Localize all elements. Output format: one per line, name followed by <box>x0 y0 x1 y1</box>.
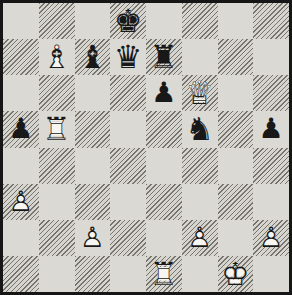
square-h2[interactable]: ♟♙ <box>253 220 289 256</box>
white-bishop-outline: ♗ <box>39 39 75 75</box>
square-d4[interactable] <box>110 148 146 184</box>
square-e2[interactable] <box>146 220 182 256</box>
white-pawn-outline: ♙ <box>75 220 111 256</box>
square-c5[interactable] <box>75 111 111 147</box>
square-h6[interactable] <box>253 75 289 111</box>
square-f7[interactable] <box>182 39 218 75</box>
white-pawn[interactable]: ♟♙ <box>75 220 111 256</box>
square-f1[interactable] <box>182 256 218 292</box>
square-b8[interactable] <box>39 3 75 39</box>
square-g7[interactable] <box>218 39 254 75</box>
black-rook[interactable]: ♜ <box>146 39 182 75</box>
black-pawn-glyph: ♟ <box>3 111 39 147</box>
square-d2[interactable] <box>110 220 146 256</box>
square-a5[interactable]: ♟ <box>3 111 39 147</box>
square-e7[interactable]: ♜ <box>146 39 182 75</box>
black-knight[interactable]: ♞ <box>182 111 218 147</box>
square-f4[interactable] <box>182 148 218 184</box>
square-f3[interactable] <box>182 184 218 220</box>
square-e4[interactable] <box>146 148 182 184</box>
square-g2[interactable] <box>218 220 254 256</box>
square-d3[interactable] <box>110 184 146 220</box>
square-f6[interactable]: ♛♕ <box>182 75 218 111</box>
square-c6[interactable] <box>75 75 111 111</box>
black-pawn[interactable]: ♟ <box>3 111 39 147</box>
square-d1[interactable] <box>110 256 146 292</box>
square-g8[interactable] <box>218 3 254 39</box>
square-f2[interactable]: ♟♙ <box>182 220 218 256</box>
square-b6[interactable] <box>39 75 75 111</box>
square-e1[interactable]: ♜♖ <box>146 256 182 292</box>
square-a7[interactable] <box>3 39 39 75</box>
square-h7[interactable] <box>253 39 289 75</box>
square-c7[interactable]: ♝ <box>75 39 111 75</box>
white-rook-outline: ♖ <box>146 256 182 292</box>
white-queen[interactable]: ♛♕ <box>182 75 218 111</box>
square-b5[interactable]: ♜♖ <box>39 111 75 147</box>
square-h8[interactable] <box>253 3 289 39</box>
white-king-outline: ♔ <box>218 256 254 292</box>
square-a6[interactable] <box>3 75 39 111</box>
square-d6[interactable] <box>110 75 146 111</box>
square-a2[interactable] <box>3 220 39 256</box>
square-a4[interactable] <box>3 148 39 184</box>
black-pawn[interactable]: ♟ <box>146 75 182 111</box>
black-pawn-glyph: ♟ <box>253 111 289 147</box>
square-a3[interactable]: ♟♙ <box>3 184 39 220</box>
square-c3[interactable] <box>75 184 111 220</box>
square-d8[interactable]: ♚ <box>110 3 146 39</box>
square-h5[interactable]: ♟ <box>253 111 289 147</box>
black-rook-glyph: ♜ <box>146 39 182 75</box>
black-pawn-glyph: ♟ <box>146 75 182 111</box>
black-queen-glyph: ♛ <box>110 39 146 75</box>
square-h1[interactable] <box>253 256 289 292</box>
square-b4[interactable] <box>39 148 75 184</box>
square-h3[interactable] <box>253 184 289 220</box>
black-bishop-glyph: ♝ <box>75 39 111 75</box>
white-pawn-outline: ♙ <box>182 220 218 256</box>
square-a1[interactable] <box>3 256 39 292</box>
white-pawn[interactable]: ♟♙ <box>253 220 289 256</box>
square-b2[interactable] <box>39 220 75 256</box>
square-e3[interactable] <box>146 184 182 220</box>
square-c8[interactable] <box>75 3 111 39</box>
square-g1[interactable]: ♚♔ <box>218 256 254 292</box>
square-g6[interactable] <box>218 75 254 111</box>
chess-board: ♚♝♗♝♛♜♟♛♕♟♜♖♞♟♟♙♟♙♟♙♟♙♜♖♚♔ <box>3 3 289 292</box>
square-a8[interactable] <box>3 3 39 39</box>
white-rook[interactable]: ♜♖ <box>39 111 75 147</box>
white-queen-outline: ♕ <box>182 75 218 111</box>
black-knight-glyph: ♞ <box>182 111 218 147</box>
white-pawn-outline: ♙ <box>253 220 289 256</box>
black-pawn[interactable]: ♟ <box>253 111 289 147</box>
black-king-glyph: ♚ <box>110 3 146 39</box>
white-king[interactable]: ♚♔ <box>218 256 254 292</box>
square-c1[interactable] <box>75 256 111 292</box>
black-bishop[interactable]: ♝ <box>75 39 111 75</box>
square-c4[interactable] <box>75 148 111 184</box>
black-queen[interactable]: ♛ <box>110 39 146 75</box>
white-rook[interactable]: ♜♖ <box>146 256 182 292</box>
square-d5[interactable] <box>110 111 146 147</box>
square-b1[interactable] <box>39 256 75 292</box>
square-c2[interactable]: ♟♙ <box>75 220 111 256</box>
white-rook-outline: ♖ <box>39 111 75 147</box>
square-g3[interactable] <box>218 184 254 220</box>
square-h4[interactable] <box>253 148 289 184</box>
white-pawn-outline: ♙ <box>3 184 39 220</box>
black-king[interactable]: ♚ <box>110 3 146 39</box>
square-b7[interactable]: ♝♗ <box>39 39 75 75</box>
square-f5[interactable]: ♞ <box>182 111 218 147</box>
chess-board-frame: ♚♝♗♝♛♜♟♛♕♟♜♖♞♟♟♙♟♙♟♙♟♙♜♖♚♔ <box>0 0 292 295</box>
square-e5[interactable] <box>146 111 182 147</box>
square-f8[interactable] <box>182 3 218 39</box>
square-e8[interactable] <box>146 3 182 39</box>
square-g5[interactable] <box>218 111 254 147</box>
white-pawn[interactable]: ♟♙ <box>3 184 39 220</box>
square-g4[interactable] <box>218 148 254 184</box>
white-pawn[interactable]: ♟♙ <box>182 220 218 256</box>
square-d7[interactable]: ♛ <box>110 39 146 75</box>
square-b3[interactable] <box>39 184 75 220</box>
square-e6[interactable]: ♟ <box>146 75 182 111</box>
white-bishop[interactable]: ♝♗ <box>39 39 75 75</box>
